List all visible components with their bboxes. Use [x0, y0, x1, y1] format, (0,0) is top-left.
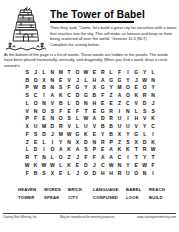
grid-cell-r6c14[interactable]: L: [132, 107, 140, 115]
grid-cell-r14c8[interactable]: O: [82, 169, 90, 177]
grid-cell-r12c16[interactable]: T: [149, 153, 157, 161]
grid-cell-r8c1[interactable]: X: [23, 122, 31, 130]
grid-cell-r10c1[interactable]: Z: [23, 138, 31, 146]
grid-cell-r3c3[interactable]: B: [40, 84, 48, 92]
word-bank-item-look[interactable]: LOOK: [126, 195, 149, 203]
word-bank-item-heaven[interactable]: HEAVEN: [18, 187, 44, 195]
grid-cell-r13c15[interactable]: W: [140, 161, 148, 169]
grid-cell-r2c2[interactable]: O: [31, 76, 39, 84]
grid-cell-r9c14[interactable]: G: [132, 130, 140, 138]
grid-cell-r1c16[interactable]: L: [149, 68, 157, 76]
grid-cell-r2c14[interactable]: J: [132, 76, 140, 84]
grid-cell-r12c14[interactable]: T: [132, 153, 140, 161]
grid-cell-r2c5[interactable]: E: [57, 76, 65, 84]
grid-cell-r8c2[interactable]: U: [31, 122, 39, 130]
grid-cell-r8c8[interactable]: U: [82, 122, 90, 130]
grid-cell-r7c1[interactable]: P: [23, 115, 31, 123]
grid-cell-r2c9[interactable]: H: [90, 76, 98, 84]
grid-cell-r7c12[interactable]: U: [115, 115, 123, 123]
grid-cell-r3c8[interactable]: Y: [82, 84, 90, 92]
grid-cell-r10c15[interactable]: D: [140, 138, 148, 146]
grid-cell-r5c2[interactable]: O: [31, 99, 39, 107]
grid-cell-r14c4[interactable]: X: [48, 169, 56, 177]
grid-cell-r9c2[interactable]: S: [31, 130, 39, 138]
grid-cell-r4c16[interactable]: N: [149, 91, 157, 99]
grid-cell-r9c10[interactable]: Y: [99, 130, 107, 138]
grid-cell-r2c1[interactable]: B: [23, 76, 31, 84]
grid-cell-r3c15[interactable]: O: [140, 84, 148, 92]
grid-cell-r2c6[interactable]: V: [65, 76, 73, 84]
grid-cell-r4c6[interactable]: C: [65, 91, 73, 99]
grid-cell-r5c4[interactable]: V: [48, 99, 56, 107]
grid-cell-r1c11[interactable]: L: [107, 68, 115, 76]
grid-cell-r11c13[interactable]: K: [124, 146, 132, 154]
grid-cell-r2c15[interactable]: W: [140, 76, 148, 84]
grid-cell-r5c16[interactable]: J: [149, 99, 157, 107]
grid-cell-r5c9[interactable]: H: [90, 99, 98, 107]
grid-cell-r9c1[interactable]: F: [23, 130, 31, 138]
grid-cell-r8c10[interactable]: B: [99, 122, 107, 130]
grid-cell-r6c5[interactable]: F: [57, 107, 65, 115]
grid-cell-r4c8[interactable]: G: [82, 91, 90, 99]
grid-cell-r9c3[interactable]: D: [40, 130, 48, 138]
grid-cell-r6c13[interactable]: N: [124, 107, 132, 115]
grid-cell-r6c4[interactable]: S: [48, 107, 56, 115]
grid-cell-r12c12[interactable]: C: [115, 153, 123, 161]
grid-cell-r2c3[interactable]: X: [40, 76, 48, 84]
grid-cell-r1c13[interactable]: I: [124, 68, 132, 76]
grid-cell-r7c6[interactable]: S: [65, 115, 73, 123]
grid-cell-r12c4[interactable]: L: [48, 153, 56, 161]
word-bank-item-tower[interactable]: TOWER: [18, 195, 44, 203]
grid-cell-r12c5[interactable]: O: [57, 153, 65, 161]
grid-cell-r1c12[interactable]: F: [115, 68, 123, 76]
grid-cell-r8c16[interactable]: C: [149, 122, 157, 130]
grid-cell-r2c4[interactable]: N: [48, 76, 56, 84]
grid-cell-r9c16[interactable]: I: [149, 130, 157, 138]
word-bank: HEAVENWORDSBRICKLANGUAGEBABELREACHTOWERS…: [18, 187, 177, 202]
grid-cell-r4c11[interactable]: Z: [107, 91, 115, 99]
grid-cell-r6c12[interactable]: I: [115, 107, 123, 115]
grid-cell-r13c2[interactable]: K: [31, 161, 39, 169]
grid-cell-r8c9[interactable]: V: [90, 122, 98, 130]
grid-cell-r14c12[interactable]: R: [115, 169, 123, 177]
grid-cell-r5c14[interactable]: V: [132, 99, 140, 107]
grid-cell-r2c8[interactable]: L: [82, 76, 90, 84]
grid-cell-r6c16[interactable]: S: [149, 107, 157, 115]
grid-cell-r11c2[interactable]: D: [31, 146, 39, 154]
grid-cell-r7c16[interactable]: K: [149, 115, 157, 123]
grid-cell-r13c7[interactable]: E: [73, 161, 81, 169]
grid-cell-r3c10[interactable]: G: [99, 84, 107, 92]
grid-cell-r12c7[interactable]: J: [73, 153, 81, 161]
grid-cell-r11c6[interactable]: K: [65, 146, 73, 154]
grid-cell-r12c9[interactable]: F: [90, 153, 98, 161]
grid-cell-r8c5[interactable]: R: [57, 122, 65, 130]
grid-cell-r14c15[interactable]: N: [140, 169, 148, 177]
grid-cell-r13c13[interactable]: Y: [124, 161, 132, 169]
grid-cell-r2c10[interactable]: A: [99, 76, 107, 84]
grid-cell-r3c12[interactable]: M: [115, 84, 123, 92]
grid-cell-r10c5[interactable]: Y: [57, 138, 65, 146]
footer: Casting Nets Ministry, Inc. May be repro…: [3, 215, 176, 219]
grid-cell-r4c15[interactable]: R: [140, 91, 148, 99]
grid-cell-r4c4[interactable]: A: [48, 91, 56, 99]
grid-cell-r11c1[interactable]: L: [23, 146, 31, 154]
grid-cell-r9c15[interactable]: L: [140, 130, 148, 138]
grid-cell-r4c3[interactable]: I: [40, 91, 48, 99]
footer-license: May be reproduced for ministry purposes: [60, 215, 115, 219]
grid-cell-r12c11[interactable]: A: [107, 153, 115, 161]
grid-cell-r4c9[interactable]: B: [90, 91, 98, 99]
grid-cell-r13c1[interactable]: W: [23, 161, 31, 169]
grid-cell-r1c4[interactable]: N: [48, 68, 56, 76]
grid-cell-r10c8[interactable]: D: [82, 138, 90, 146]
word-bank-item-confused[interactable]: CONFUSED: [93, 195, 126, 203]
grid-cell-r3c7[interactable]: G: [73, 84, 81, 92]
grid-cell-r10c16[interactable]: K: [149, 138, 157, 146]
grid-cell-r14c13[interactable]: U: [124, 169, 132, 177]
word-bank-item-language[interactable]: LANGUAGE: [93, 187, 126, 195]
grid-cell-r13c5[interactable]: L: [57, 161, 65, 169]
grid-cell-r14c16[interactable]: I: [149, 169, 157, 177]
grid-cell-r3c14[interactable]: E: [132, 84, 140, 92]
grid-cell-r7c11[interactable]: R: [107, 115, 115, 123]
grid-cell-r9c5[interactable]: M: [57, 130, 65, 138]
grid-cell-r1c9[interactable]: E: [90, 68, 98, 76]
grid-cell-r4c5[interactable]: K: [57, 91, 65, 99]
grid-cell-r1c15[interactable]: Y: [140, 68, 148, 76]
grid-cell-r7c5[interactable]: O: [57, 115, 65, 123]
grid-cell-r14c9[interactable]: D: [90, 169, 98, 177]
grid-cell-r8c14[interactable]: V: [132, 122, 140, 130]
grid-cell-r3c5[interactable]: S: [57, 84, 65, 92]
grid-cell-r5c12[interactable]: Z: [115, 99, 123, 107]
grid-cell-r5c10[interactable]: E: [99, 99, 107, 107]
grid-cell-r1c3[interactable]: L: [40, 68, 48, 76]
grid-cell-r11c10[interactable]: E: [99, 146, 107, 154]
word-bank-item-build[interactable]: BUILD: [149, 195, 177, 203]
grid-cell-r5c7[interactable]: D: [73, 99, 81, 107]
grid-cell-r8c11[interactable]: B: [107, 122, 115, 130]
grid-cell-r4c2[interactable]: C: [31, 91, 39, 99]
grid-cell-r14c2[interactable]: B: [31, 169, 39, 177]
grid-cell-r10c14[interactable]: X: [132, 138, 140, 146]
grid-cell-r11c16[interactable]: W: [149, 146, 157, 154]
grid-cell-r5c6[interactable]: L: [65, 99, 73, 107]
grid-cell-r2c13[interactable]: Y: [124, 76, 132, 84]
grid-cell-r3c4[interactable]: N: [48, 84, 56, 92]
grid-cell-r13c9[interactable]: J: [90, 161, 98, 169]
grid-cell-r8c4[interactable]: D: [48, 122, 56, 130]
grid-cell-r14c7[interactable]: J: [73, 169, 81, 177]
page-title: The Tower of Babel: [50, 9, 176, 20]
puzzle-instructions: At the bottom of the page is a list of w…: [4, 52, 176, 68]
word-bank-item-words[interactable]: WORDS: [44, 187, 68, 195]
grid-cell-r11c3[interactable]: I: [40, 146, 48, 154]
grid-cell-r13c14[interactable]: E: [132, 161, 140, 169]
grid-cell-r7c4[interactable]: N: [48, 115, 56, 123]
grid-cell-r3c6[interactable]: F: [65, 84, 73, 92]
grid-cell-r10c2[interactable]: E: [31, 138, 39, 146]
grid-cell-r14c10[interactable]: H: [99, 169, 107, 177]
grid-cell-r8c3[interactable]: M: [40, 122, 48, 130]
grid-cell-r4c13[interactable]: O: [124, 91, 132, 99]
grid-cell-r12c1[interactable]: R: [23, 153, 31, 161]
title-underline: [50, 21, 134, 23]
grid-cell-r4c1[interactable]: S: [23, 91, 31, 99]
grid-cell-r2c7[interactable]: J: [73, 76, 81, 84]
grid-cell-r11c7[interactable]: A: [73, 146, 81, 154]
grid-cell-r11c5[interactable]: A: [57, 146, 65, 154]
grid-cell-r7c10[interactable]: D: [99, 115, 107, 123]
worksheet-page: The Tower of Babel Then they said, "Come…: [0, 0, 179, 232]
grid-cell-r1c10[interactable]: R: [99, 68, 107, 76]
grid-cell-r6c9[interactable]: E: [90, 107, 98, 115]
grid-cell-r13c4[interactable]: W: [48, 161, 56, 169]
word-search-grid: SJLNMTOWERLFIGYLBOXNEVJLHAGGYJWNPWBNSFGY…: [23, 68, 157, 177]
grid-cell-r5c8[interactable]: N: [82, 99, 90, 107]
grid-cell-r3c13[interactable]: O: [124, 84, 132, 92]
grid-cell-r5c3[interactable]: N: [40, 99, 48, 107]
word-bank-item-city[interactable]: CITY: [68, 195, 93, 203]
grid-cell-r14c6[interactable]: L: [65, 169, 73, 177]
grid-cell-r7c9[interactable]: A: [90, 115, 98, 123]
grid-cell-r5c5[interactable]: B: [57, 99, 65, 107]
grid-cell-r6c6[interactable]: E: [65, 107, 73, 115]
grid-cell-r10c9[interactable]: N: [90, 138, 98, 146]
grid-cell-r13c6[interactable]: K: [65, 161, 73, 169]
grid-cell-r1c1[interactable]: S: [23, 68, 31, 76]
grid-cell-r10c3[interactable]: L: [40, 138, 48, 146]
grid-cell-r6c7[interactable]: F: [73, 107, 81, 115]
grid-cell-r5c15[interactable]: D: [140, 99, 148, 107]
grid-cell-r11c15[interactable]: R: [140, 146, 148, 154]
grid-cell-r11c14[interactable]: T: [132, 146, 140, 154]
grid-cell-r11c12[interactable]: K: [115, 146, 123, 154]
grid-cell-r13c11[interactable]: W: [107, 161, 115, 169]
word-bank-item-brick[interactable]: BRICK: [68, 187, 93, 195]
grid-cell-r4c14[interactable]: K: [132, 91, 140, 99]
grid-cell-r13c16[interactable]: F: [149, 161, 157, 169]
footer-divider: [3, 213, 176, 214]
grid-cell-r11c4[interactable]: O: [48, 146, 56, 154]
grid-cell-r3c9[interactable]: X: [90, 84, 98, 92]
grid-cell-r1c14[interactable]: G: [132, 68, 140, 76]
grid-cell-r8c12[interactable]: U: [115, 122, 123, 130]
grid-cell-r10c4[interactable]: I: [48, 138, 56, 146]
grid-cell-r5c13[interactable]: C: [124, 99, 132, 107]
grid-cell-r6c3[interactable]: O: [40, 107, 48, 115]
word-bank-item-speak[interactable]: SPEAK: [44, 195, 68, 203]
grid-cell-r8c6[interactable]: V: [65, 122, 73, 130]
grid-cell-r9c9[interactable]: E: [90, 130, 98, 138]
grid-cell-r8c7[interactable]: L: [73, 122, 81, 130]
grid-cell-r14c5[interactable]: E: [57, 169, 65, 177]
grid-cell-r6c1[interactable]: V: [23, 107, 31, 115]
grid-cell-r14c1[interactable]: F: [23, 169, 31, 177]
grid-cell-r13c3[interactable]: W: [40, 161, 48, 169]
word-bank-item-reach[interactable]: REACH: [149, 187, 177, 195]
grid-cell-r4c10[interactable]: F: [99, 91, 107, 99]
grid-cell-r7c7[interactable]: L: [73, 115, 81, 123]
grid-cell-r5c1[interactable]: L: [23, 99, 31, 107]
grid-cell-r12c3[interactable]: N: [40, 153, 48, 161]
grid-cell-r7c3[interactable]: E: [40, 115, 48, 123]
grid-cell-r9c12[interactable]: X: [115, 130, 123, 138]
grid-cell-r1c7[interactable]: O: [73, 68, 81, 76]
grid-cell-r7c8[interactable]: W: [82, 115, 90, 123]
footer-website[interactable]: www.castingnetsministry.com: [137, 215, 176, 219]
grid-cell-r10c7[interactable]: X: [73, 138, 81, 146]
grid-cell-r10c11[interactable]: P: [107, 138, 115, 146]
grid-cell-r10c12[interactable]: Z: [115, 138, 123, 146]
grid-cell-r11c8[interactable]: S: [82, 146, 90, 154]
grid-cell-r9c4[interactable]: J: [48, 130, 56, 138]
grid-cell-r12c13[interactable]: I: [124, 153, 132, 161]
grid-cell-r13c10[interactable]: C: [99, 161, 107, 169]
grid-cell-r7c2[interactable]: F: [31, 115, 39, 123]
grid-cell-r8c13[interactable]: U: [124, 122, 132, 130]
grid-cell-r3c1[interactable]: P: [23, 84, 31, 92]
grid-cell-r9c6[interactable]: W: [65, 130, 73, 138]
grid-cell-r7c14[interactable]: H: [132, 115, 140, 123]
grid-cell-r3c2[interactable]: W: [31, 84, 39, 92]
grid-cell-r12c8[interactable]: F: [82, 153, 90, 161]
grid-cell-r13c8[interactable]: D: [82, 161, 90, 169]
grid-cell-r14c3[interactable]: S: [40, 169, 48, 177]
grid-cell-r1c6[interactable]: T: [65, 68, 73, 76]
grid-cell-r10c10[interactable]: R: [99, 138, 107, 146]
grid-cell-r9c8[interactable]: K: [82, 130, 90, 138]
grid-cell-r12c6[interactable]: Z: [65, 153, 73, 161]
grid-cell-r6c8[interactable]: T: [82, 107, 90, 115]
grid-cell-r6c15[interactable]: S: [140, 107, 148, 115]
grid-cell-r7c15[interactable]: V: [140, 115, 148, 123]
grid-cell-r4c12[interactable]: A: [115, 91, 123, 99]
grid-cell-r1c8[interactable]: W: [82, 68, 90, 76]
word-bank-item-babel[interactable]: BABEL: [126, 187, 149, 195]
grid-cell-r1c5[interactable]: M: [57, 68, 65, 76]
grid-cell-r9c7[interactable]: G: [73, 130, 81, 138]
grid-cell-r4c7[interactable]: D: [73, 91, 81, 99]
grid-cell-r9c11[interactable]: B: [107, 130, 115, 138]
grid-cell-r2c16[interactable]: N: [149, 76, 157, 84]
grid-cell-r14c14[interactable]: O: [132, 169, 140, 177]
grid-cell-r6c2[interactable]: N: [31, 107, 39, 115]
grid-cell-r1c2[interactable]: J: [31, 68, 39, 76]
grid-cell-r3c16[interactable]: Y: [149, 84, 157, 92]
complete-activity-line: Complete the activity below.: [50, 42, 170, 47]
grid-cell-r10c6[interactable]: N: [65, 138, 73, 146]
grid-cell-r11c9[interactable]: P: [90, 146, 98, 154]
grid-cell-r3c11[interactable]: Y: [107, 84, 115, 92]
grid-cell-r8c15[interactable]: Y: [140, 122, 148, 130]
grid-cell-r12c15[interactable]: Y: [140, 153, 148, 161]
grid-cell-r2c12[interactable]: G: [115, 76, 123, 84]
bible-verse: Then they said, "Come, let's build a gre…: [50, 25, 177, 42]
footer-publisher: Casting Nets Ministry, Inc.: [3, 215, 38, 219]
grid-cell-r12c2[interactable]: T: [31, 153, 39, 161]
grid-cell-r11c11[interactable]: A: [107, 146, 115, 154]
grid-cell-r2c11[interactable]: G: [107, 76, 115, 84]
grid-cell-r14c11[interactable]: H: [107, 169, 115, 177]
grid-cell-r5c11[interactable]: E: [107, 99, 115, 107]
grid-cell-r12c10[interactable]: A: [99, 153, 107, 161]
grid-cell-r9c13[interactable]: Y: [124, 130, 132, 138]
tower-of-babel-icon: [4, 6, 48, 52]
grid-cell-r6c11[interactable]: R: [107, 107, 115, 115]
grid-cell-r6c10[interactable]: G: [99, 107, 107, 115]
grid-cell-r13c12[interactable]: N: [115, 161, 123, 169]
grid-cell-r7c13[interactable]: I: [124, 115, 132, 123]
grid-cell-r10c13[interactable]: S: [124, 138, 132, 146]
